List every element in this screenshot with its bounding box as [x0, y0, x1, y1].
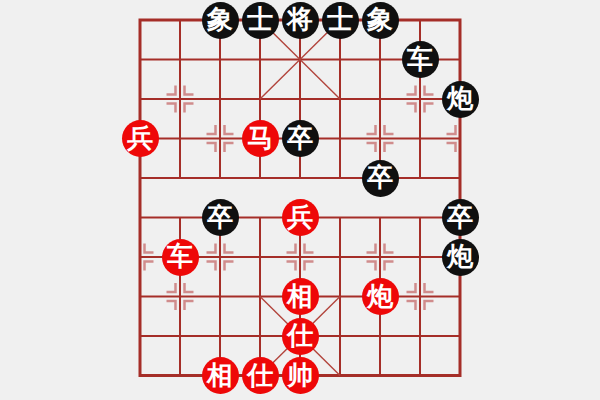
intersection-f3-r2[interactable] — [240, 79, 280, 119]
intersection-f3-r1[interactable] — [240, 40, 280, 80]
piece-black-cannon[interactable]: 炮 — [442, 239, 479, 276]
piece-red-advisor[interactable]: 仕 — [282, 318, 319, 355]
piece-black-chariot[interactable]: 车 — [402, 41, 439, 78]
piece-red-soldier[interactable]: 兵 — [282, 199, 319, 236]
intersection-f2-r7[interactable] — [200, 277, 240, 317]
piece-red-elephant[interactable]: 相 — [282, 278, 319, 315]
intersection-f6-r4[interactable]: 卒 — [360, 158, 400, 198]
intersection-f5-r5[interactable] — [320, 198, 360, 238]
intersection-f4-r6[interactable] — [280, 237, 320, 277]
intersection-f1-r1[interactable] — [160, 40, 200, 80]
intersection-f1-r8[interactable] — [160, 316, 200, 356]
intersection-f2-r3[interactable] — [200, 119, 240, 159]
intersection-f1-r7[interactable] — [160, 277, 200, 317]
piece-red-cannon[interactable]: 炮 — [362, 278, 399, 315]
intersection-f7-r6[interactable] — [400, 237, 440, 277]
intersection-f2-r2[interactable] — [200, 79, 240, 119]
intersection-f6-r0[interactable]: 象 — [360, 0, 400, 40]
intersection-f3-r6[interactable] — [240, 237, 280, 277]
intersection-f8-r3[interactable] — [440, 119, 480, 159]
intersection-f7-r0[interactable] — [400, 0, 440, 40]
piece-black-elephant[interactable]: 象 — [202, 2, 239, 39]
intersection-f3-r0[interactable]: 士 — [240, 0, 280, 40]
intersection-f7-r5[interactable] — [400, 198, 440, 238]
piece-black-advisor[interactable]: 士 — [322, 2, 359, 39]
intersection-f0-r5[interactable] — [120, 198, 160, 238]
intersection-f7-r4[interactable] — [400, 158, 440, 198]
piece-red-elephant[interactable]: 相 — [202, 357, 239, 394]
intersection-f0-r9[interactable] — [120, 356, 160, 396]
piece-black-soldier[interactable]: 卒 — [282, 120, 319, 157]
intersection-f8-r7[interactable] — [440, 277, 480, 317]
intersection-f5-r3[interactable] — [320, 119, 360, 159]
intersection-f6-r2[interactable] — [360, 79, 400, 119]
intersection-f3-r4[interactable] — [240, 158, 280, 198]
intersection-f7-r2[interactable] — [400, 79, 440, 119]
intersection-f2-r8[interactable] — [200, 316, 240, 356]
intersection-f7-r7[interactable] — [400, 277, 440, 317]
intersection-f1-r9[interactable] — [160, 356, 200, 396]
intersection-f4-r2[interactable] — [280, 79, 320, 119]
intersection-f1-r4[interactable] — [160, 158, 200, 198]
intersection-f2-r9[interactable]: 相 — [200, 356, 240, 396]
intersection-f2-r4[interactable] — [200, 158, 240, 198]
piece-red-general[interactable]: 帅 — [282, 357, 319, 394]
intersection-f8-r0[interactable] — [440, 0, 480, 40]
intersection-f0-r7[interactable] — [120, 277, 160, 317]
intersection-f8-r4[interactable] — [440, 158, 480, 198]
intersection-f5-r1[interactable] — [320, 40, 360, 80]
intersection-f3-r8[interactable] — [240, 316, 280, 356]
xiangqi-board[interactable]: 象士将士象车炮兵马卒卒卒兵卒车炮相炮仕相仕帅 — [120, 0, 480, 395]
piece-black-advisor[interactable]: 士 — [242, 2, 279, 39]
intersection-f5-r6[interactable] — [320, 237, 360, 277]
intersection-f0-r4[interactable] — [120, 158, 160, 198]
intersection-f3-r5[interactable] — [240, 198, 280, 238]
intersection-f6-r9[interactable] — [360, 356, 400, 396]
intersection-f0-r8[interactable] — [120, 316, 160, 356]
piece-black-soldier[interactable]: 卒 — [362, 160, 399, 197]
intersection-f0-r2[interactable] — [120, 79, 160, 119]
intersection-f0-r0[interactable] — [120, 0, 160, 40]
intersection-f6-r5[interactable] — [360, 198, 400, 238]
intersection-f0-r1[interactable] — [120, 40, 160, 80]
intersection-f6-r1[interactable] — [360, 40, 400, 80]
intersection-f1-r6[interactable]: 车 — [160, 237, 200, 277]
intersection-f1-r2[interactable] — [160, 79, 200, 119]
intersection-f8-r6[interactable]: 炮 — [440, 237, 480, 277]
intersection-f4-r1[interactable] — [280, 40, 320, 80]
intersection-f8-r9[interactable] — [440, 356, 480, 396]
intersection-f5-r4[interactable] — [320, 158, 360, 198]
intersection-f6-r3[interactable] — [360, 119, 400, 159]
intersection-f4-r3[interactable]: 卒 — [280, 119, 320, 159]
intersection-f0-r6[interactable] — [120, 237, 160, 277]
intersection-f4-r9[interactable]: 帅 — [280, 356, 320, 396]
xiangqi-screenshot: 象士将士象车炮兵马卒卒卒兵卒车炮相炮仕相仕帅 — [0, 0, 600, 400]
piece-red-chariot[interactable]: 车 — [162, 239, 199, 276]
intersection-f1-r5[interactable] — [160, 198, 200, 238]
intersection-f1-r3[interactable] — [160, 119, 200, 159]
intersection-f7-r9[interactable] — [400, 356, 440, 396]
intersection-f3-r3[interactable]: 马 — [240, 119, 280, 159]
intersection-f4-r4[interactable] — [280, 158, 320, 198]
intersection-f1-r0[interactable] — [160, 0, 200, 40]
piece-red-advisor[interactable]: 仕 — [242, 357, 279, 394]
intersection-f6-r8[interactable] — [360, 316, 400, 356]
piece-black-soldier[interactable]: 卒 — [202, 199, 239, 236]
intersection-f4-r5[interactable]: 兵 — [280, 198, 320, 238]
intersection-f5-r2[interactable] — [320, 79, 360, 119]
intersection-f4-r8[interactable]: 仕 — [280, 316, 320, 356]
intersection-f0-r3[interactable]: 兵 — [120, 119, 160, 159]
intersection-f7-r8[interactable] — [400, 316, 440, 356]
intersection-f2-r6[interactable] — [200, 237, 240, 277]
intersection-f8-r8[interactable] — [440, 316, 480, 356]
intersection-f4-r7[interactable]: 相 — [280, 277, 320, 317]
intersection-f4-r0[interactable]: 将 — [280, 0, 320, 40]
intersection-f3-r9[interactable]: 仕 — [240, 356, 280, 396]
intersection-f2-r1[interactable] — [200, 40, 240, 80]
intersection-f2-r0[interactable]: 象 — [200, 0, 240, 40]
intersection-f3-r7[interactable] — [240, 277, 280, 317]
piece-black-elephant[interactable]: 象 — [362, 2, 399, 39]
piece-black-soldier[interactable]: 卒 — [442, 199, 479, 236]
intersection-f5-r9[interactable] — [320, 356, 360, 396]
intersection-f5-r0[interactable]: 士 — [320, 0, 360, 40]
piece-red-horse[interactable]: 马 — [242, 120, 279, 157]
piece-red-soldier[interactable]: 兵 — [122, 120, 159, 157]
piece-black-cannon[interactable]: 炮 — [442, 81, 479, 118]
intersection-f7-r1[interactable]: 车 — [400, 40, 440, 80]
intersection-f8-r2[interactable]: 炮 — [440, 79, 480, 119]
intersection-f5-r8[interactable] — [320, 316, 360, 356]
piece-black-general[interactable]: 将 — [282, 2, 319, 39]
intersection-f6-r6[interactable] — [360, 237, 400, 277]
intersection-f6-r7[interactable]: 炮 — [360, 277, 400, 317]
intersection-f8-r5[interactable]: 卒 — [440, 198, 480, 238]
intersection-f5-r7[interactable] — [320, 277, 360, 317]
intersection-f8-r1[interactable] — [440, 40, 480, 80]
intersection-f7-r3[interactable] — [400, 119, 440, 159]
intersection-f2-r5[interactable]: 卒 — [200, 198, 240, 238]
